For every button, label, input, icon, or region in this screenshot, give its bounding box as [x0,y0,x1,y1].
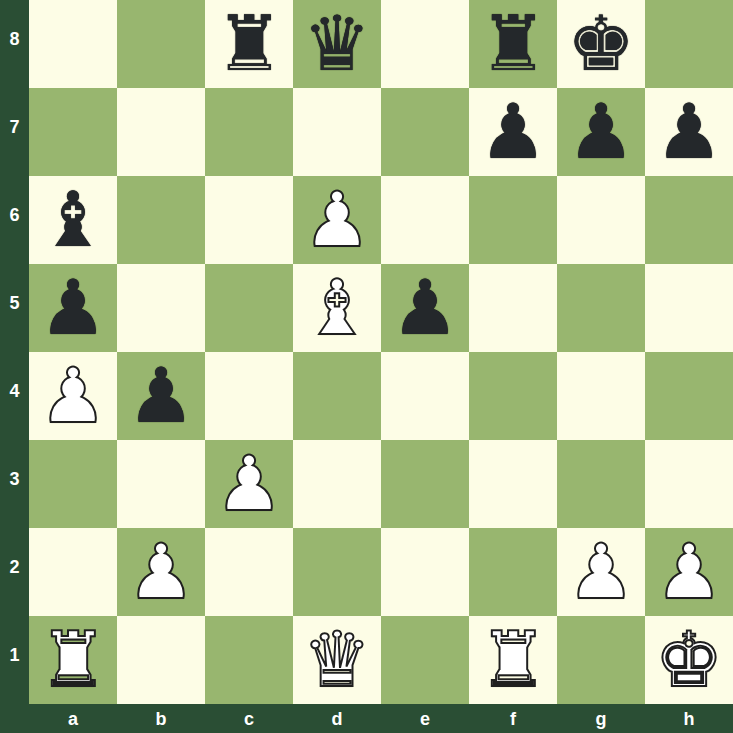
piece-black-pawn[interactable]: ♟ [655,88,723,176]
piece-black-king[interactable]: ♚ [567,0,635,88]
square-f7[interactable]: ♟ [469,88,557,176]
square-f4[interactable] [469,352,557,440]
square-e3[interactable] [381,440,469,528]
rank-label-text: 2 [9,558,19,576]
rank-label-text: 6 [9,206,19,224]
square-f3[interactable] [469,440,557,528]
square-g7[interactable]: ♟ [557,88,645,176]
square-d8[interactable]: ♛ [293,0,381,88]
square-e8[interactable] [381,0,469,88]
square-a3[interactable] [29,440,117,528]
piece-black-pawn[interactable]: ♟ [127,352,195,440]
file-label-b: b [117,704,205,733]
file-label-text: e [420,710,430,728]
square-a8[interactable] [29,0,117,88]
square-g4[interactable] [557,352,645,440]
piece-white-rook[interactable]: ♜ [39,616,107,704]
square-d7[interactable] [293,88,381,176]
file-label-c: c [205,704,293,733]
square-g8[interactable]: ♚ [557,0,645,88]
square-b4[interactable]: ♟ [117,352,205,440]
piece-black-pawn[interactable]: ♟ [479,88,547,176]
square-a7[interactable] [29,88,117,176]
square-b5[interactable] [117,264,205,352]
square-b2[interactable]: ♟ [117,528,205,616]
piece-white-king[interactable]: ♚ [655,616,723,704]
square-f5[interactable] [469,264,557,352]
square-h6[interactable] [645,176,733,264]
file-label-text: a [68,710,78,728]
rank-label-4: 4 [0,352,29,440]
square-d1[interactable]: ♛ [293,616,381,704]
file-label-text: h [684,710,695,728]
piece-white-pawn[interactable]: ♟ [567,528,635,616]
file-label-text: d [332,710,343,728]
chess-board: 8♜♛♜♚7♟♟♟6♝♟5♟♝♟4♟♟3♟2♟♟♟1♜♛♜♚abcdefgh [0,0,733,733]
square-g2[interactable]: ♟ [557,528,645,616]
rank-label-1: 1 [0,616,29,704]
file-label-d: d [293,704,381,733]
file-label-a: a [29,704,117,733]
piece-white-pawn[interactable]: ♟ [127,528,195,616]
rank-label-text: 5 [9,294,19,312]
square-f6[interactable] [469,176,557,264]
rank-label-8: 8 [0,0,29,88]
square-h2[interactable]: ♟ [645,528,733,616]
file-label-text: f [510,710,516,728]
square-f2[interactable] [469,528,557,616]
square-g3[interactable] [557,440,645,528]
square-b8[interactable] [117,0,205,88]
square-f8[interactable]: ♜ [469,0,557,88]
rank-label-text: 7 [9,118,19,136]
square-e6[interactable] [381,176,469,264]
square-c3[interactable]: ♟ [205,440,293,528]
piece-black-pawn[interactable]: ♟ [39,264,107,352]
square-c4[interactable] [205,352,293,440]
file-label-text: b [156,710,167,728]
rank-label-7: 7 [0,88,29,176]
square-e4[interactable] [381,352,469,440]
piece-white-pawn[interactable]: ♟ [215,440,283,528]
rank-label-text: 8 [9,30,19,48]
square-g1[interactable] [557,616,645,704]
square-c5[interactable] [205,264,293,352]
piece-white-queen[interactable]: ♛ [303,616,371,704]
square-h4[interactable] [645,352,733,440]
square-d4[interactable] [293,352,381,440]
square-c8[interactable]: ♜ [205,0,293,88]
rank-label-2: 2 [0,528,29,616]
piece-white-pawn[interactable]: ♟ [303,176,371,264]
piece-black-rook[interactable]: ♜ [479,0,547,88]
square-b3[interactable] [117,440,205,528]
square-c2[interactable] [205,528,293,616]
rank-label-6: 6 [0,176,29,264]
square-a5[interactable]: ♟ [29,264,117,352]
file-label-text: g [596,710,607,728]
square-d5[interactable]: ♝ [293,264,381,352]
piece-white-bishop[interactable]: ♝ [303,264,371,352]
square-e2[interactable] [381,528,469,616]
square-a2[interactable] [29,528,117,616]
square-h5[interactable] [645,264,733,352]
square-e5[interactable]: ♟ [381,264,469,352]
square-d2[interactable] [293,528,381,616]
square-e7[interactable] [381,88,469,176]
rank-label-text: 4 [9,382,19,400]
square-h8[interactable] [645,0,733,88]
square-e1[interactable] [381,616,469,704]
file-label-h: h [645,704,733,733]
square-h7[interactable]: ♟ [645,88,733,176]
square-g6[interactable] [557,176,645,264]
square-a4[interactable]: ♟ [29,352,117,440]
rank-label-3: 3 [0,440,29,528]
file-label-f: f [469,704,557,733]
file-label-text: c [244,710,254,728]
square-h3[interactable] [645,440,733,528]
rank-label-text: 3 [9,470,19,488]
piece-white-pawn[interactable]: ♟ [655,528,723,616]
square-b6[interactable] [117,176,205,264]
square-b7[interactable] [117,88,205,176]
piece-black-pawn[interactable]: ♟ [391,264,459,352]
square-a6[interactable]: ♝ [29,176,117,264]
square-a1[interactable]: ♜ [29,616,117,704]
rank-label-text: 1 [9,646,19,664]
piece-black-rook[interactable]: ♜ [215,0,283,88]
piece-black-pawn[interactable]: ♟ [567,88,635,176]
square-b1[interactable] [117,616,205,704]
file-label-g: g [557,704,645,733]
square-h1[interactable]: ♚ [645,616,733,704]
board-corner [0,704,29,733]
file-label-e: e [381,704,469,733]
square-c1[interactable] [205,616,293,704]
square-f1[interactable]: ♜ [469,616,557,704]
square-c7[interactable] [205,88,293,176]
square-d3[interactable] [293,440,381,528]
piece-black-queen[interactable]: ♛ [303,0,371,88]
piece-white-rook[interactable]: ♜ [479,616,547,704]
square-c6[interactable] [205,176,293,264]
rank-label-5: 5 [0,264,29,352]
chess-board-frame: 8♜♛♜♚7♟♟♟6♝♟5♟♝♟4♟♟3♟2♟♟♟1♜♛♜♚abcdefgh [0,0,733,733]
piece-white-pawn[interactable]: ♟ [39,352,107,440]
square-d6[interactable]: ♟ [293,176,381,264]
square-g5[interactable] [557,264,645,352]
piece-black-bishop[interactable]: ♝ [39,176,107,264]
